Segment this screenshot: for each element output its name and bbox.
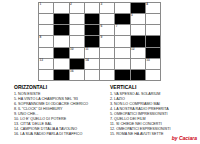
grid-cell[interactable]: 12 [131,48,146,59]
grid-cell[interactable]: 4 [146,3,161,14]
grid-cell[interactable]: 8 [39,36,54,47]
grid-cell[interactable]: 14 [85,59,100,70]
cell-number: 13 [40,59,44,62]
grid-cell[interactable] [39,70,54,81]
author-credit: by Caciara [172,135,197,141]
cell-number: 2 [70,3,72,6]
across-clue-list: 1. NON ESISTE5. HA VINTO LA CHAMPIONS NE… [14,92,109,137]
black-cell [85,36,100,47]
down-clue-list: 1. VA SPESSO AL SOLARIUM2. LAZIO3. NON L… [110,92,196,137]
grid-cell[interactable]: 2 [70,3,85,14]
cell-number: 1 [40,3,42,6]
black-cell [131,36,146,47]
down-clues-section: VERTICALI 1. VA SPESSO AL SOLARIUM2. LAZ… [110,85,196,137]
cell-number: 16 [70,70,74,73]
grid-cell[interactable] [70,25,85,36]
cell-number: 8 [40,36,42,39]
grid-cell[interactable] [54,36,69,47]
grid-cell[interactable] [115,59,130,70]
grid-cell[interactable]: 6 [100,25,115,36]
grid-cell[interactable]: 1 [39,3,54,14]
grid-cell[interactable] [54,59,69,70]
cell-number: 9 [101,36,103,39]
grid-cell[interactable] [39,25,54,36]
grid-cell[interactable] [70,14,85,25]
grid-cell[interactable] [146,25,161,36]
grid-cell[interactable] [115,48,130,59]
grid-cell[interactable] [131,59,146,70]
grid-cell[interactable] [39,14,54,25]
cell-number: 3 [101,3,103,6]
black-cell [54,14,69,25]
black-cell [146,36,161,47]
cell-number: 14 [85,59,89,62]
cell-number: 15 [146,59,150,62]
grid-cell[interactable] [70,36,85,47]
grid-cell[interactable]: 3 [100,3,115,14]
crossword-grid: 12345678910111213141516 [38,2,161,81]
black-cell [85,14,100,25]
grid-cell[interactable] [115,36,130,47]
cell-number: 12 [131,48,135,51]
grid-cell[interactable]: 10 [70,48,85,59]
grid-cell[interactable] [85,3,100,14]
grid-cell[interactable]: 16 [70,70,85,81]
black-cell [131,70,146,81]
clue-item: 16. LA SUA RADIO PARLA DI TRAFFICO [14,132,109,137]
cell-number: 4 [146,3,148,6]
grid-cell[interactable] [100,59,115,70]
black-cell [115,70,130,81]
grid-cell[interactable] [100,48,115,59]
grid-cell[interactable]: 9 [100,36,115,47]
black-cell [85,25,100,36]
grid-cell[interactable] [146,14,161,25]
across-title: ORIZZONTALI [14,85,109,91]
across-clues-section: ORIZZONTALI 1. NON ESISTE5. HA VINTO LA … [14,85,109,137]
black-cell [54,48,69,59]
black-cell [54,70,69,81]
grid-cell[interactable] [115,3,130,14]
grid-cell[interactable]: 5 [131,14,146,25]
grid-cell[interactable] [146,70,161,81]
down-title: VERTICALI [110,85,196,91]
grid-cell[interactable]: 13 [39,59,54,70]
grid-cell[interactable]: 7 [115,25,130,36]
grid-cell[interactable] [54,3,69,14]
grid-cell[interactable] [131,25,146,36]
cell-number: 7 [116,25,118,28]
grid-cell[interactable] [100,70,115,81]
grid-cell[interactable] [100,14,115,25]
grid-cell[interactable]: 15 [146,59,161,70]
cell-number: 6 [101,25,103,28]
cell-number: 11 [85,48,88,51]
black-cell [54,25,69,36]
cell-number: 10 [70,48,74,51]
grid-cell[interactable] [85,70,100,81]
cell-number: 5 [131,14,133,17]
